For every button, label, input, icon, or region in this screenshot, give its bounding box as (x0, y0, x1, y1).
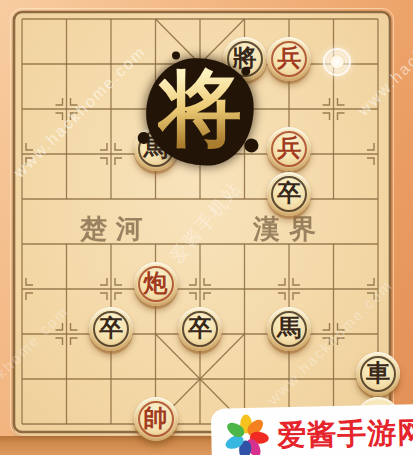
piece-red-cannon[interactable]: 炮 (134, 262, 178, 306)
site-banner: 爱酱手游网 (211, 404, 413, 455)
jiang-gold-character: 将 (158, 67, 242, 151)
piece-red-general[interactable]: 帥 (134, 397, 178, 441)
piece-ring: 兵 (271, 41, 307, 77)
piece-character: 馬 (277, 316, 301, 340)
piece-character: 兵 (277, 46, 301, 70)
river-label-right: 漢界 (253, 211, 325, 247)
piece-ring: 卒 (182, 311, 218, 347)
piece-character: 卒 (188, 316, 212, 340)
piece-character: 帥 (144, 406, 168, 430)
piece-ring: 卒 (271, 176, 307, 212)
piece-black-horse-2[interactable]: 馬 (267, 307, 311, 351)
piece-character: 兵 (277, 136, 301, 160)
piece-ring: 兵 (271, 131, 307, 167)
piece-character: 炮 (144, 271, 168, 295)
xiangqi-game-screen: 楚河 漢界 將兵馬兵卒炮卒卒馬車帥 www.hackhome.comwww.ha… (0, 0, 413, 455)
river-label-left: 楚河 (80, 211, 152, 247)
piece-ring: 炮 (138, 266, 174, 302)
pinwheel-flower-icon (224, 414, 269, 455)
piece-black-soldier-1[interactable]: 卒 (267, 172, 311, 216)
piece-black-chariot[interactable]: 車 (356, 352, 400, 396)
jiang-ink-stamp-logo: 将 (142, 54, 257, 169)
piece-character: 車 (366, 361, 390, 385)
piece-ring: 帥 (138, 401, 174, 437)
piece-red-soldier-1[interactable]: 兵 (267, 37, 311, 81)
piece-ring: 馬 (271, 311, 307, 347)
piece-ring: 卒 (93, 311, 129, 347)
piece-black-soldier-3[interactable]: 卒 (178, 307, 222, 351)
piece-red-soldier-2[interactable]: 兵 (267, 127, 311, 171)
piece-character: 卒 (99, 316, 123, 340)
piece-character: 卒 (277, 181, 301, 205)
site-name-text: 爱酱手游网 (277, 413, 413, 455)
piece-black-soldier-2[interactable]: 卒 (89, 307, 133, 351)
piece-ring: 車 (360, 356, 396, 392)
